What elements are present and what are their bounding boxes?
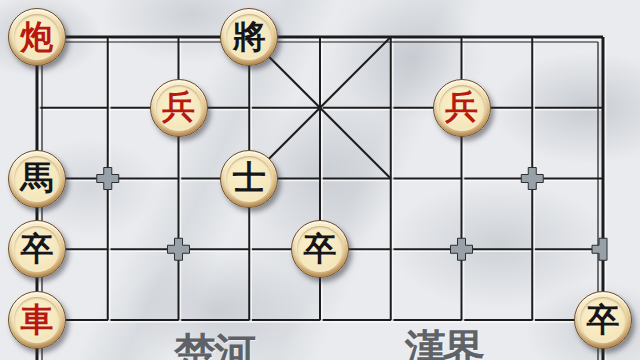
piece-character: 車: [21, 304, 54, 337]
piece-black-advisor[interactable]: 士: [220, 150, 278, 208]
piece-character: 卒: [21, 233, 54, 266]
piece-red-chariot[interactable]: 車: [8, 291, 66, 349]
piece-character: 卒: [304, 233, 337, 266]
pieces-layer: 炮將兵兵馬士卒卒車卒: [0, 0, 640, 360]
piece-character: 馬: [21, 162, 54, 195]
piece-character: 士: [233, 162, 266, 195]
piece-black-general[interactable]: 將: [220, 8, 278, 66]
piece-black-soldier[interactable]: 卒: [291, 220, 349, 278]
piece-black-soldier[interactable]: 卒: [574, 291, 632, 349]
piece-red-cannon[interactable]: 炮: [8, 8, 66, 66]
piece-red-soldier[interactable]: 兵: [150, 79, 208, 137]
piece-character: 將: [233, 21, 266, 54]
piece-character: 卒: [587, 304, 620, 337]
piece-character: 兵: [162, 91, 195, 124]
piece-character: 兵: [445, 91, 478, 124]
piece-character: 炮: [21, 21, 54, 54]
xiangqi-board[interactable]: 楚河 漢界 炮將兵兵馬士卒卒車卒: [0, 0, 640, 360]
piece-black-horse[interactable]: 馬: [8, 150, 66, 208]
piece-black-soldier[interactable]: 卒: [8, 220, 66, 278]
piece-red-soldier[interactable]: 兵: [433, 79, 491, 137]
